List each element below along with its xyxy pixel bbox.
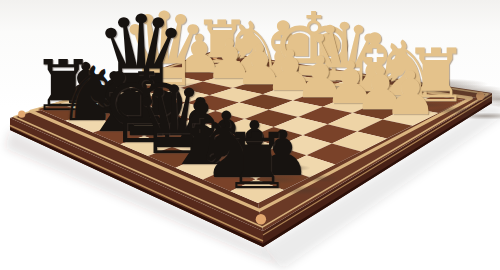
corner-dot [18,111,25,118]
corner-dot [213,54,218,59]
corner-dot [476,92,484,100]
corner-dot [256,214,266,224]
chess-board [0,0,500,270]
scene: ♜♞♝♛♚♝♞♜♟♟♟♟♟♟♟♟♟♟♟♟♟♟♟♟♜♞♝♛♚♝♞♜♛♛ [0,0,500,270]
